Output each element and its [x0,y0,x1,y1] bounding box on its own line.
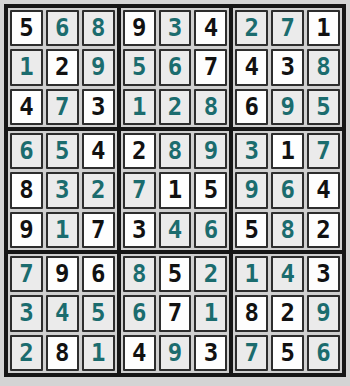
cell-r8c7[interactable]: 8 [235,295,268,331]
box-7: 796345281 [6,252,119,375]
cell-r7c7[interactable]: 1 [235,256,268,292]
cell-r2c8[interactable]: 3 [271,49,304,85]
cell-r9c7[interactable]: 7 [235,335,268,371]
cell-r5c9[interactable]: 4 [307,172,340,208]
cell-r5c3[interactable]: 2 [82,172,115,208]
cell-r3c8[interactable]: 9 [271,89,304,125]
cell-r8c8[interactable]: 2 [271,295,304,331]
cell-r4c1[interactable]: 6 [10,133,43,169]
cell-r7c6[interactable]: 2 [194,256,227,292]
cell-r2c5[interactable]: 6 [159,49,192,85]
cell-r9c9[interactable]: 6 [307,335,340,371]
cell-r2c7[interactable]: 4 [235,49,268,85]
cell-r7c4[interactable]: 8 [123,256,156,292]
box-8: 852671493 [119,252,232,375]
cell-r3c4[interactable]: 1 [123,89,156,125]
cell-r2c6[interactable]: 7 [194,49,227,85]
cell-r1c9[interactable]: 1 [307,10,340,46]
cell-r4c3[interactable]: 4 [82,133,115,169]
cell-r5c1[interactable]: 8 [10,172,43,208]
cell-r1c1[interactable]: 5 [10,10,43,46]
cell-r3c3[interactable]: 3 [82,89,115,125]
cell-r6c2[interactable]: 1 [46,212,79,248]
cell-r7c2[interactable]: 9 [46,256,79,292]
cell-r8c3[interactable]: 5 [82,295,115,331]
cell-r1c6[interactable]: 4 [194,10,227,46]
cell-r8c2[interactable]: 4 [46,295,79,331]
cell-r4c6[interactable]: 9 [194,133,227,169]
cell-r4c9[interactable]: 7 [307,133,340,169]
cell-r5c4[interactable]: 7 [123,172,156,208]
cell-r5c6[interactable]: 5 [194,172,227,208]
sudoku-page: 5681294739345671282714386956548329172897… [0,0,350,386]
cell-r9c1[interactable]: 2 [10,335,43,371]
cell-r6c9[interactable]: 2 [307,212,340,248]
cell-r5c8[interactable]: 6 [271,172,304,208]
cell-r4c7[interactable]: 3 [235,133,268,169]
cell-r7c9[interactable]: 3 [307,256,340,292]
box-6: 317964582 [231,129,344,252]
cell-r3c6[interactable]: 8 [194,89,227,125]
cell-r2c9[interactable]: 8 [307,49,340,85]
cell-r3c2[interactable]: 7 [46,89,79,125]
cell-r5c5[interactable]: 1 [159,172,192,208]
cell-r6c5[interactable]: 4 [159,212,192,248]
cell-r7c1[interactable]: 7 [10,256,43,292]
cell-r7c5[interactable]: 5 [159,256,192,292]
cell-r1c8[interactable]: 7 [271,10,304,46]
cell-r6c3[interactable]: 7 [82,212,115,248]
cell-r8c6[interactable]: 1 [194,295,227,331]
cell-r4c4[interactable]: 2 [123,133,156,169]
cell-r9c8[interactable]: 5 [271,335,304,371]
cell-r1c2[interactable]: 6 [46,10,79,46]
cell-r9c4[interactable]: 4 [123,335,156,371]
cell-r2c2[interactable]: 2 [46,49,79,85]
box-3: 271438695 [231,6,344,129]
cell-r1c7[interactable]: 2 [235,10,268,46]
cell-r4c8[interactable]: 1 [271,133,304,169]
box-4: 654832917 [6,129,119,252]
cell-r1c3[interactable]: 8 [82,10,115,46]
cell-r8c4[interactable]: 6 [123,295,156,331]
box-1: 568129473 [6,6,119,129]
cell-r8c5[interactable]: 7 [159,295,192,331]
cell-r1c5[interactable]: 3 [159,10,192,46]
cell-r5c7[interactable]: 9 [235,172,268,208]
cell-r1c4[interactable]: 9 [123,10,156,46]
cell-r6c6[interactable]: 6 [194,212,227,248]
cell-r9c2[interactable]: 8 [46,335,79,371]
cell-r6c7[interactable]: 5 [235,212,268,248]
cell-r6c4[interactable]: 3 [123,212,156,248]
cell-r8c1[interactable]: 3 [10,295,43,331]
cell-r9c6[interactable]: 3 [194,335,227,371]
cell-r2c4[interactable]: 5 [123,49,156,85]
cell-r9c5[interactable]: 9 [159,335,192,371]
cell-r2c1[interactable]: 1 [10,49,43,85]
sudoku-board: 5681294739345671282714386956548329172897… [4,4,346,377]
box-9: 143829756 [231,252,344,375]
cell-r8c9[interactable]: 9 [307,295,340,331]
cell-r2c3[interactable]: 9 [82,49,115,85]
cell-r6c1[interactable]: 9 [10,212,43,248]
cell-r7c8[interactable]: 4 [271,256,304,292]
cell-r3c9[interactable]: 5 [307,89,340,125]
cell-r9c3[interactable]: 1 [82,335,115,371]
box-5: 289715346 [119,129,232,252]
cell-r4c2[interactable]: 5 [46,133,79,169]
cell-r6c8[interactable]: 8 [271,212,304,248]
cell-r3c5[interactable]: 2 [159,89,192,125]
cell-r3c7[interactable]: 6 [235,89,268,125]
cell-r4c5[interactable]: 8 [159,133,192,169]
cell-r3c1[interactable]: 4 [10,89,43,125]
box-2: 934567128 [119,6,232,129]
cell-r5c2[interactable]: 3 [46,172,79,208]
cell-r7c3[interactable]: 6 [82,256,115,292]
